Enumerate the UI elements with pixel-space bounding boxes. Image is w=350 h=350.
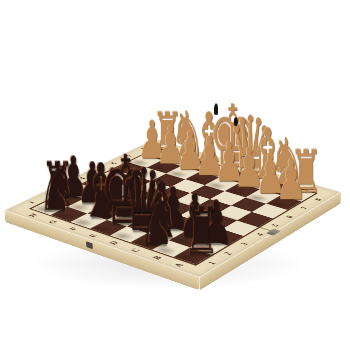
piece-light-pawn[interactable]: ♟ — [254, 152, 270, 197]
black-finial-icon — [214, 103, 218, 114]
piece-light-pawn[interactable]: ♟ — [234, 146, 249, 190]
piece-light-pawn[interactable]: ♟ — [214, 141, 229, 185]
piece-dark-knight[interactable]: ♞ — [162, 192, 179, 249]
piece-glyph: ♟ — [214, 141, 229, 185]
chess-board: ♜♞♝♚♛♝♞♜♟♟♟♟♟♟♟♟♟♟♟♟♟♟♟♟♜♞♝♚♛♝♞♜ HGFEDCB… — [4, 139, 341, 278]
chess-set-photo: ♜♞♝♚♛♝♞♜♟♟♟♟♟♟♟♟♟♟♟♟♟♟♟♟♜♞♝♚♛♝♞♜ HGFEDCB… — [0, 0, 350, 350]
piece-glyph: ♟ — [254, 152, 270, 197]
piece-glyph: ♛ — [120, 166, 136, 235]
piece-dark-queen[interactable]: ♛ — [120, 166, 136, 235]
piece-glyph: ♜ — [183, 204, 200, 256]
piece-glyph: ♟ — [275, 158, 291, 203]
board-frame: ♜♞♝♚♛♝♞♜♟♟♟♟♟♟♟♟♟♟♟♟♟♟♟♟♜♞♝♚♛♝♞♜ HGFEDCB… — [4, 139, 341, 278]
piece-dark-knight[interactable]: ♞ — [60, 161, 76, 215]
piece-glyph: ♞ — [60, 161, 76, 215]
piece-dark-bishop[interactable]: ♝ — [80, 162, 96, 221]
playing-field: ♜♞♝♚♛♝♞♜♟♟♟♟♟♟♟♟♟♟♟♟♟♟♟♟♜♞♝♚♛♝♞♜ — [29, 147, 318, 266]
piece-glyph: ♞ — [162, 192, 179, 249]
board-squares: ♜♞♝♚♛♝♞♜♟♟♟♟♟♟♟♟♟♟♟♟♟♟♟♟♜♞♝♚♛♝♞♜ — [32, 148, 315, 264]
piece-glyph: ♟ — [234, 146, 249, 190]
piece-light-pawn[interactable]: ♟ — [275, 158, 291, 203]
scene: ♜♞♝♚♛♝♞♜♟♟♟♟♟♟♟♟♟♟♟♟♟♟♟♟♜♞♝♚♛♝♞♜ HGFEDCB… — [0, 0, 350, 350]
piece-glyph: ♝ — [80, 162, 96, 221]
black-finial-icon — [234, 117, 238, 126]
piece-dark-rook[interactable]: ♜ — [183, 204, 200, 256]
piece-light-pawn[interactable]: ♟ — [194, 135, 209, 178]
piece-glyph: ♚ — [100, 153, 116, 228]
piece-glyph: ♟ — [194, 135, 209, 178]
piece-dark-king[interactable]: ♚ — [100, 153, 116, 228]
